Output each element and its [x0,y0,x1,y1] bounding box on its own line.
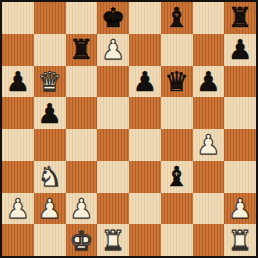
square-d4[interactable] [97,129,129,161]
square-f5[interactable] [161,97,193,129]
square-c2[interactable]: ♟ [66,193,98,225]
piece-black-pawn[interactable]: ♟ [193,66,225,98]
piece-white-pawn[interactable]: ♟ [97,34,129,66]
square-c5[interactable] [66,97,98,129]
square-a1[interactable] [2,224,34,256]
piece-white-pawn[interactable]: ♟ [224,193,256,225]
square-b2[interactable]: ♟ [34,193,66,225]
square-e4[interactable] [129,129,161,161]
piece-white-king[interactable]: ♚ [66,224,98,256]
square-h1[interactable]: ♜ [224,224,256,256]
square-b5[interactable]: ♟ [34,97,66,129]
piece-black-bishop[interactable]: ♝ [161,161,193,193]
square-c8[interactable] [66,2,98,34]
square-g8[interactable] [193,2,225,34]
square-c6[interactable] [66,66,98,98]
piece-black-rook[interactable]: ♜ [66,34,98,66]
square-f8[interactable]: ♝ [161,2,193,34]
square-a8[interactable] [2,2,34,34]
piece-white-pawn[interactable]: ♟ [2,193,34,225]
piece-white-rook[interactable]: ♜ [224,224,256,256]
square-d5[interactable] [97,97,129,129]
piece-white-rook[interactable]: ♜ [97,224,129,256]
square-h2[interactable]: ♟ [224,193,256,225]
piece-black-pawn[interactable]: ♟ [2,66,34,98]
square-b8[interactable] [34,2,66,34]
square-e6[interactable]: ♟ [129,66,161,98]
square-f6[interactable]: ♛ [161,66,193,98]
piece-black-queen[interactable]: ♛ [161,66,193,98]
piece-black-pawn[interactable]: ♟ [34,97,66,129]
square-d7[interactable]: ♟ [97,34,129,66]
square-g6[interactable]: ♟ [193,66,225,98]
square-a3[interactable] [2,161,34,193]
square-a2[interactable]: ♟ [2,193,34,225]
square-c7[interactable]: ♜ [66,34,98,66]
square-c4[interactable] [66,129,98,161]
square-e5[interactable] [129,97,161,129]
square-f7[interactable] [161,34,193,66]
square-g3[interactable] [193,161,225,193]
square-h7[interactable]: ♟ [224,34,256,66]
square-d1[interactable]: ♜ [97,224,129,256]
square-f2[interactable] [161,193,193,225]
square-h8[interactable]: ♜ [224,2,256,34]
piece-white-queen[interactable]: ♛ [34,66,66,98]
piece-black-pawn[interactable]: ♟ [129,66,161,98]
square-f4[interactable] [161,129,193,161]
square-e7[interactable] [129,34,161,66]
square-a5[interactable] [2,97,34,129]
square-e3[interactable] [129,161,161,193]
square-a6[interactable]: ♟ [2,66,34,98]
square-b7[interactable] [34,34,66,66]
square-c3[interactable] [66,161,98,193]
chess-board: ♚♝♜♜♟♟♟♛♟♛♟♟♟♞♝♟♟♟♟♚♜♜ [2,2,256,256]
square-e8[interactable] [129,2,161,34]
square-d6[interactable] [97,66,129,98]
piece-white-pawn[interactable]: ♟ [34,193,66,225]
piece-white-knight[interactable]: ♞ [34,161,66,193]
square-a7[interactable] [2,34,34,66]
square-d3[interactable] [97,161,129,193]
square-e2[interactable] [129,193,161,225]
square-g2[interactable] [193,193,225,225]
chess-board-frame: ♚♝♜♜♟♟♟♛♟♛♟♟♟♞♝♟♟♟♟♚♜♜ [0,0,258,258]
square-b4[interactable] [34,129,66,161]
piece-black-pawn[interactable]: ♟ [224,34,256,66]
square-g7[interactable] [193,34,225,66]
square-h4[interactable] [224,129,256,161]
square-d2[interactable] [97,193,129,225]
square-c1[interactable]: ♚ [66,224,98,256]
square-b3[interactable]: ♞ [34,161,66,193]
square-d8[interactable]: ♚ [97,2,129,34]
square-h5[interactable] [224,97,256,129]
square-g4[interactable]: ♟ [193,129,225,161]
square-a4[interactable] [2,129,34,161]
square-e1[interactable] [129,224,161,256]
piece-white-pawn[interactable]: ♟ [193,129,225,161]
piece-black-king[interactable]: ♚ [97,2,129,34]
piece-black-rook[interactable]: ♜ [224,2,256,34]
piece-black-bishop[interactable]: ♝ [161,2,193,34]
square-f3[interactable]: ♝ [161,161,193,193]
square-b1[interactable] [34,224,66,256]
square-b6[interactable]: ♛ [34,66,66,98]
square-h6[interactable] [224,66,256,98]
square-g5[interactable] [193,97,225,129]
square-h3[interactable] [224,161,256,193]
square-g1[interactable] [193,224,225,256]
square-f1[interactable] [161,224,193,256]
piece-white-pawn[interactable]: ♟ [66,193,98,225]
